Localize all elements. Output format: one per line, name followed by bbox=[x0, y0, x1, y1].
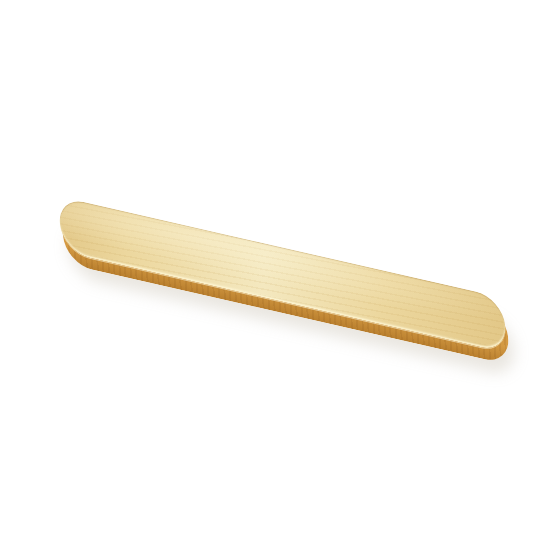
mancala-board bbox=[57, 196, 509, 367]
photo-white-background bbox=[0, 0, 560, 560]
